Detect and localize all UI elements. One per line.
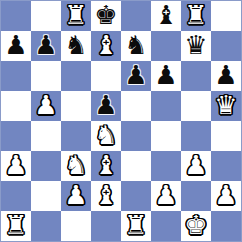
square-d1[interactable]	[91, 211, 121, 241]
square-f8[interactable]: ♝	[151, 1, 181, 31]
white-pawn[interactable]: ♟	[184, 151, 207, 180]
square-e4[interactable]	[121, 121, 151, 151]
square-e7[interactable]: ♞	[121, 31, 151, 61]
square-d7[interactable]: ♝	[91, 31, 121, 61]
square-b4[interactable]	[31, 121, 61, 151]
white-queen[interactable]: ♛	[214, 91, 237, 120]
white-pawn[interactable]: ♟	[214, 181, 237, 210]
white-rook[interactable]: ♜	[184, 1, 207, 30]
white-pawn[interactable]: ♟	[154, 181, 177, 210]
square-g7[interactable]: ♛	[181, 31, 211, 61]
white-king[interactable]: ♚	[184, 211, 207, 240]
square-d8[interactable]: ♚	[91, 1, 121, 31]
white-knight[interactable]: ♞	[94, 121, 117, 150]
square-g1[interactable]: ♚	[181, 211, 211, 241]
square-h5[interactable]: ♛	[211, 91, 241, 121]
square-e6[interactable]: ♟	[121, 61, 151, 91]
square-f3[interactable]	[151, 151, 181, 181]
square-h1[interactable]	[211, 211, 241, 241]
square-d6[interactable]	[91, 61, 121, 91]
square-e8[interactable]	[121, 1, 151, 31]
white-rook[interactable]: ♜	[4, 211, 27, 240]
square-b5[interactable]: ♟	[31, 91, 61, 121]
white-pawn[interactable]: ♟	[64, 181, 87, 210]
black-pawn[interactable]: ♟	[4, 31, 27, 60]
white-pawn[interactable]: ♟	[34, 91, 57, 120]
black-pawn[interactable]: ♟	[94, 91, 117, 120]
square-b8[interactable]	[31, 1, 61, 31]
square-a6[interactable]	[1, 61, 31, 91]
white-bishop[interactable]: ♝	[94, 151, 117, 180]
square-d5[interactable]: ♟	[91, 91, 121, 121]
square-c5[interactable]	[61, 91, 91, 121]
square-b2[interactable]	[31, 181, 61, 211]
black-pawn[interactable]: ♟	[154, 61, 177, 90]
square-e5[interactable]	[121, 91, 151, 121]
square-f4[interactable]	[151, 121, 181, 151]
square-a4[interactable]	[1, 121, 31, 151]
square-f2[interactable]: ♟	[151, 181, 181, 211]
square-b3[interactable]	[31, 151, 61, 181]
square-e2[interactable]	[121, 181, 151, 211]
square-e3[interactable]	[121, 151, 151, 181]
square-c1[interactable]	[61, 211, 91, 241]
square-d3[interactable]: ♝	[91, 151, 121, 181]
square-b6[interactable]	[31, 61, 61, 91]
square-b7[interactable]: ♟	[31, 31, 61, 61]
square-g5[interactable]	[181, 91, 211, 121]
square-f7[interactable]	[151, 31, 181, 61]
white-bishop[interactable]: ♝	[94, 181, 117, 210]
square-a3[interactable]: ♟	[1, 151, 31, 181]
square-f5[interactable]	[151, 91, 181, 121]
square-f1[interactable]	[151, 211, 181, 241]
black-knight[interactable]: ♞	[124, 31, 147, 60]
square-h2[interactable]: ♟	[211, 181, 241, 211]
square-c7[interactable]: ♞	[61, 31, 91, 61]
white-pawn[interactable]: ♟	[4, 151, 27, 180]
black-knight[interactable]: ♞	[64, 31, 87, 60]
white-knight[interactable]: ♞	[64, 151, 87, 180]
square-a2[interactable]	[1, 181, 31, 211]
square-a8[interactable]	[1, 1, 31, 31]
square-c3[interactable]: ♞	[61, 151, 91, 181]
square-b1[interactable]	[31, 211, 61, 241]
square-a1[interactable]: ♜	[1, 211, 31, 241]
white-bishop[interactable]: ♝	[94, 31, 117, 60]
square-c6[interactable]	[61, 61, 91, 91]
white-rook[interactable]: ♜	[64, 1, 87, 30]
square-h6[interactable]: ♟	[211, 61, 241, 91]
square-e1[interactable]: ♜	[121, 211, 151, 241]
square-h3[interactable]	[211, 151, 241, 181]
chess-board: ♜♚♝♜♟♟♞♝♞♛♟♟♟♟♟♛♞♟♞♝♟♟♝♟♟♜♜♚	[0, 0, 242, 242]
black-queen[interactable]: ♛	[184, 31, 207, 60]
square-h7[interactable]	[211, 31, 241, 61]
square-g2[interactable]	[181, 181, 211, 211]
square-a5[interactable]	[1, 91, 31, 121]
square-h4[interactable]	[211, 121, 241, 151]
square-c8[interactable]: ♜	[61, 1, 91, 31]
square-g4[interactable]	[181, 121, 211, 151]
black-bishop[interactable]: ♝	[154, 1, 177, 30]
square-g8[interactable]: ♜	[181, 1, 211, 31]
square-f6[interactable]: ♟	[151, 61, 181, 91]
black-king[interactable]: ♚	[94, 1, 117, 30]
square-a7[interactable]: ♟	[1, 31, 31, 61]
black-pawn[interactable]: ♟	[214, 61, 237, 90]
square-h8[interactable]	[211, 1, 241, 31]
square-g6[interactable]	[181, 61, 211, 91]
black-pawn[interactable]: ♟	[124, 61, 147, 90]
square-d2[interactable]: ♝	[91, 181, 121, 211]
square-c2[interactable]: ♟	[61, 181, 91, 211]
square-c4[interactable]	[61, 121, 91, 151]
square-d4[interactable]: ♞	[91, 121, 121, 151]
square-g3[interactable]: ♟	[181, 151, 211, 181]
white-rook[interactable]: ♜	[124, 211, 147, 240]
black-pawn[interactable]: ♟	[34, 31, 57, 60]
